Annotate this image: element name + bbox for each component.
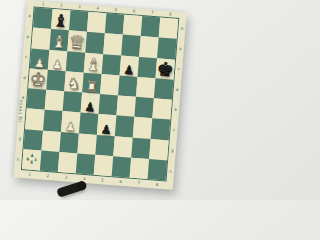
square-h4 xyxy=(152,98,172,120)
square-e1 xyxy=(94,155,114,177)
coord-label: b xyxy=(177,38,184,59)
square-a2 xyxy=(24,129,44,151)
chess-board-mat: 12345678 12345678 abcdefgh abcdefgh US C… xyxy=(13,0,186,190)
square-g3 xyxy=(133,117,153,139)
square-d4: ♟ xyxy=(81,93,101,115)
square-c6 xyxy=(66,51,86,73)
black-pawn-e3: ♟ xyxy=(101,123,113,136)
square-c8 xyxy=(69,10,89,32)
square-b5 xyxy=(46,70,66,92)
square-e8 xyxy=(105,13,125,35)
square-g6 xyxy=(138,56,158,78)
square-c3: ♟ xyxy=(61,111,81,133)
white-pawn-b6: ♟ xyxy=(51,58,63,71)
square-b4 xyxy=(45,90,65,112)
square-a1: ♟♞♝♜ xyxy=(22,149,42,171)
square-c1 xyxy=(58,152,78,174)
square-h6: ♚ xyxy=(156,58,176,80)
square-d2 xyxy=(77,133,97,155)
board-grid: ♝♝♛♟♟♝♟♚♚♞♜♟♟♟♟♞♝♜ xyxy=(21,7,179,182)
coord-label: h xyxy=(167,161,174,182)
coord-label: a xyxy=(179,18,186,39)
coord-label: 1 xyxy=(20,172,39,177)
square-f4 xyxy=(116,95,136,117)
square-d6: ♝ xyxy=(84,52,104,74)
square-e6 xyxy=(102,54,122,76)
white-knight-c5: ♞ xyxy=(66,76,81,92)
board-logo-emblem: ♟♞♝♜ xyxy=(25,153,38,166)
coord-label: f xyxy=(171,120,178,141)
square-f6: ♟ xyxy=(120,55,140,77)
square-e2 xyxy=(95,134,115,156)
square-g5 xyxy=(136,77,156,99)
square-g1 xyxy=(130,157,150,179)
white-bishop-d6: ♝ xyxy=(85,56,102,74)
white-rook-d5: ♜ xyxy=(85,79,99,94)
table-surface: 12345678 12345678 abcdefgh abcdefgh US C… xyxy=(0,0,200,200)
logo-piece-glyph: ♜ xyxy=(29,161,33,166)
white-king-a5: ♚ xyxy=(29,69,47,89)
black-king-h6: ♚ xyxy=(156,59,174,79)
square-g2 xyxy=(131,137,151,159)
square-b8: ♝ xyxy=(51,9,71,31)
square-f8 xyxy=(123,15,143,37)
square-d7 xyxy=(85,32,105,54)
coord-label: 5 xyxy=(93,178,112,183)
square-a4 xyxy=(27,88,47,110)
captured-piece-off-board xyxy=(56,181,84,198)
coord-label: 6 xyxy=(111,179,130,184)
white-pawn-a6: ♟ xyxy=(33,56,45,69)
square-a7 xyxy=(31,28,51,50)
square-a8 xyxy=(33,8,53,30)
square-h2 xyxy=(149,139,169,161)
square-b2 xyxy=(41,130,61,152)
square-c4 xyxy=(63,91,83,113)
coord-label: 8 xyxy=(148,182,167,187)
square-f3 xyxy=(115,116,135,138)
square-f7 xyxy=(121,35,141,57)
square-b6: ♟ xyxy=(48,49,68,71)
coord-label: c xyxy=(175,59,182,80)
square-f5 xyxy=(118,75,138,97)
square-b1 xyxy=(40,150,60,172)
square-g4 xyxy=(134,97,154,119)
square-b7: ♝ xyxy=(49,29,69,51)
square-d1 xyxy=(76,153,96,175)
square-a6: ♟ xyxy=(30,48,50,70)
coord-label: 3 xyxy=(57,175,76,180)
square-e7 xyxy=(103,33,123,55)
square-h3 xyxy=(151,118,171,140)
square-f1 xyxy=(112,156,132,178)
square-b3 xyxy=(43,110,63,132)
square-h7 xyxy=(157,38,177,60)
square-c5: ♞ xyxy=(64,71,84,93)
square-d3 xyxy=(79,113,99,135)
white-queen-c7: ♛ xyxy=(68,32,86,52)
coord-label: d xyxy=(174,79,181,100)
square-e3: ♟ xyxy=(97,114,117,136)
coord-label: e xyxy=(172,100,179,121)
logo-piece-glyph: ♝ xyxy=(33,158,37,163)
black-pawn-f6: ♟ xyxy=(123,64,135,77)
square-a3 xyxy=(25,109,45,131)
square-h1 xyxy=(148,159,168,181)
black-pawn-d4: ♟ xyxy=(84,101,96,114)
square-c7: ♛ xyxy=(67,31,87,53)
square-d8 xyxy=(87,12,107,34)
square-h5 xyxy=(154,78,174,100)
white-bishop-b7: ♝ xyxy=(51,33,68,51)
square-e4 xyxy=(98,94,118,116)
square-d5: ♜ xyxy=(82,72,102,94)
coord-label: g xyxy=(169,141,176,162)
square-c2 xyxy=(59,132,79,154)
coord-label: 2 xyxy=(39,173,58,178)
square-g8 xyxy=(141,16,161,38)
square-e5 xyxy=(100,74,120,96)
square-a5: ♚ xyxy=(28,68,48,90)
black-bishop-b8: ♝ xyxy=(52,12,69,30)
square-g7 xyxy=(139,36,159,58)
white-pawn-c3: ♟ xyxy=(65,120,77,133)
coord-label: 7 xyxy=(130,181,149,186)
square-h8 xyxy=(159,17,179,39)
square-f2 xyxy=(113,136,133,158)
